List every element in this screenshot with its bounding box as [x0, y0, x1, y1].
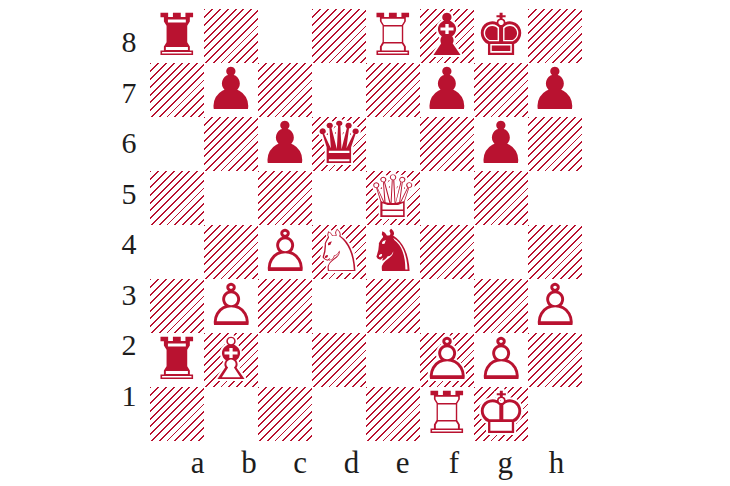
- square-d6[interactable]: ♛♛: [312, 117, 366, 171]
- square-g1[interactable]: ♚♔: [474, 387, 528, 441]
- piece-black-pawn: ♟♟: [204, 63, 258, 117]
- piece-white-king: ♚♔: [474, 387, 528, 441]
- file-label-b: b: [223, 441, 274, 485]
- rank-label-4: 4: [114, 219, 144, 270]
- square-b4[interactable]: [204, 225, 258, 279]
- square-f2[interactable]: ♟♙: [420, 333, 474, 387]
- square-b2[interactable]: ♝♗: [204, 333, 258, 387]
- piece-fill-layer: ♟: [259, 222, 311, 280]
- square-a7[interactable]: [150, 63, 204, 117]
- piece-fill-layer: ♟: [475, 114, 527, 172]
- square-h6[interactable]: [528, 117, 582, 171]
- piece-black-pawn: ♟♟: [258, 117, 312, 171]
- square-h2[interactable]: [528, 333, 582, 387]
- piece-ink-layer: ♞: [367, 222, 419, 280]
- square-g3[interactable]: [474, 279, 528, 333]
- piece-black-knight: ♞♞: [366, 225, 420, 279]
- square-e3[interactable]: [366, 279, 420, 333]
- square-a6[interactable]: [150, 117, 204, 171]
- square-h8[interactable]: [528, 9, 582, 63]
- piece-fill-layer: ♟: [421, 60, 473, 118]
- piece-ink-layer: ♙: [259, 222, 311, 280]
- piece-fill-layer: ♞: [313, 222, 365, 280]
- piece-ink-layer: ♘: [313, 222, 365, 280]
- piece-ink-layer: ♟: [421, 60, 473, 118]
- piece-ink-layer: ♟: [475, 114, 527, 172]
- rank-label-1: 1: [114, 371, 144, 422]
- square-f8[interactable]: ♝♝: [420, 9, 474, 63]
- file-label-e: e: [377, 441, 428, 485]
- square-f7[interactable]: ♟♟: [420, 63, 474, 117]
- square-b6[interactable]: [204, 117, 258, 171]
- piece-fill-layer: ♚: [475, 6, 527, 64]
- piece-fill-layer: ♞: [367, 222, 419, 280]
- square-g8[interactable]: ♚♚: [474, 9, 528, 63]
- square-g2[interactable]: ♟♙: [474, 333, 528, 387]
- piece-white-bishop: ♝♗: [204, 333, 258, 387]
- square-c7[interactable]: [258, 63, 312, 117]
- rank-label-5: 5: [114, 169, 144, 220]
- square-b1[interactable]: [204, 387, 258, 441]
- piece-black-queen: ♛♛: [312, 117, 366, 171]
- piece-fill-layer: ♟: [475, 330, 527, 388]
- piece-white-rook: ♜♖: [420, 387, 474, 441]
- chess-diagram: 8 7 6 5 4 3 2 1 ♜♜♜♖♝♝♚♚♟♟♟♟♟♟♟♟♛♛♟♟♛♕♟♙…: [0, 0, 730, 486]
- square-g6[interactable]: ♟♟: [474, 117, 528, 171]
- square-h7[interactable]: ♟♟: [528, 63, 582, 117]
- file-label-c: c: [275, 441, 326, 485]
- piece-white-pawn: ♟♙: [474, 333, 528, 387]
- square-e2[interactable]: [366, 333, 420, 387]
- square-e4[interactable]: ♞♞: [366, 225, 420, 279]
- piece-ink-layer: ♛: [313, 114, 365, 172]
- square-g4[interactable]: [474, 225, 528, 279]
- piece-fill-layer: ♚: [475, 384, 527, 442]
- piece-ink-layer: ♕: [367, 168, 419, 226]
- piece-ink-layer: ♙: [421, 330, 473, 388]
- piece-ink-layer: ♚: [475, 6, 527, 64]
- piece-ink-layer: ♔: [475, 384, 527, 442]
- piece-black-pawn: ♟♟: [420, 63, 474, 117]
- square-h1[interactable]: [528, 387, 582, 441]
- piece-ink-layer: ♖: [421, 384, 473, 442]
- file-label-a: a: [172, 441, 223, 485]
- square-g5[interactable]: [474, 171, 528, 225]
- square-d5[interactable]: [312, 171, 366, 225]
- square-f6[interactable]: [420, 117, 474, 171]
- piece-fill-layer: ♟: [205, 60, 257, 118]
- piece-fill-layer: ♟: [205, 276, 257, 334]
- piece-fill-layer: ♜: [151, 330, 203, 388]
- square-a3[interactable]: [150, 279, 204, 333]
- piece-white-rook: ♜♖: [366, 9, 420, 63]
- piece-ink-layer: ♖: [367, 6, 419, 64]
- square-d1[interactable]: [312, 387, 366, 441]
- square-e8[interactable]: ♜♖: [366, 9, 420, 63]
- piece-fill-layer: ♟: [421, 330, 473, 388]
- piece-white-pawn: ♟♙: [420, 333, 474, 387]
- piece-ink-layer: ♟: [205, 60, 257, 118]
- piece-white-pawn: ♟♙: [204, 279, 258, 333]
- square-e5[interactable]: ♛♕: [366, 171, 420, 225]
- square-e7[interactable]: [366, 63, 420, 117]
- rank-label-3: 3: [114, 270, 144, 321]
- piece-white-queen: ♛♕: [366, 171, 420, 225]
- file-labels: a b c d e f g h: [172, 441, 582, 485]
- square-f3[interactable]: [420, 279, 474, 333]
- piece-ink-layer: ♟: [259, 114, 311, 172]
- piece-ink-layer: ♙: [475, 330, 527, 388]
- square-d3[interactable]: [312, 279, 366, 333]
- square-a8[interactable]: ♜♜: [150, 9, 204, 63]
- square-g7[interactable]: [474, 63, 528, 117]
- piece-ink-layer: ♜: [151, 6, 203, 64]
- square-c8[interactable]: [258, 9, 312, 63]
- square-a2[interactable]: ♜♜: [150, 333, 204, 387]
- piece-ink-layer: ♙: [529, 276, 581, 334]
- square-h3[interactable]: ♟♙: [528, 279, 582, 333]
- square-a5[interactable]: [150, 171, 204, 225]
- piece-ink-layer: ♙: [205, 276, 257, 334]
- rank-labels: 8 7 6 5 4 3 2 1: [114, 17, 144, 421]
- piece-ink-layer: ♜: [151, 330, 203, 388]
- piece-black-rook: ♜♜: [150, 9, 204, 63]
- square-a1[interactable]: [150, 387, 204, 441]
- square-f1[interactable]: ♜♖: [420, 387, 474, 441]
- piece-fill-layer: ♝: [205, 330, 257, 388]
- piece-fill-layer: ♟: [529, 60, 581, 118]
- square-f5[interactable]: [420, 171, 474, 225]
- piece-black-pawn: ♟♟: [528, 63, 582, 117]
- file-label-h: h: [531, 441, 582, 485]
- square-c5[interactable]: [258, 171, 312, 225]
- square-c2[interactable]: [258, 333, 312, 387]
- piece-black-rook: ♜♜: [150, 333, 204, 387]
- square-f4[interactable]: [420, 225, 474, 279]
- rank-label-7: 7: [114, 68, 144, 119]
- square-e1[interactable]: [366, 387, 420, 441]
- piece-fill-layer: ♜: [421, 384, 473, 442]
- rank-label-2: 2: [114, 320, 144, 371]
- square-b5[interactable]: [204, 171, 258, 225]
- piece-fill-layer: ♜: [367, 6, 419, 64]
- square-b7[interactable]: ♟♟: [204, 63, 258, 117]
- piece-fill-layer: ♟: [259, 114, 311, 172]
- piece-white-knight: ♞♘: [312, 225, 366, 279]
- file-label-f: f: [428, 441, 479, 485]
- square-d7[interactable]: [312, 63, 366, 117]
- chess-board: ♜♜♜♖♝♝♚♚♟♟♟♟♟♟♟♟♛♛♟♟♛♕♟♙♞♘♞♞♟♙♟♙♜♜♝♗♟♙♟♙…: [150, 9, 582, 441]
- piece-white-pawn: ♟♙: [258, 225, 312, 279]
- square-h5[interactable]: [528, 171, 582, 225]
- file-label-d: d: [326, 441, 377, 485]
- rank-label-8: 8: [114, 17, 144, 68]
- piece-black-pawn: ♟♟: [474, 117, 528, 171]
- square-h4[interactable]: [528, 225, 582, 279]
- square-d4[interactable]: ♞♘: [312, 225, 366, 279]
- piece-fill-layer: ♟: [529, 276, 581, 334]
- piece-black-bishop: ♝♝: [420, 9, 474, 63]
- square-b8[interactable]: [204, 9, 258, 63]
- piece-fill-layer: ♝: [421, 6, 473, 64]
- piece-fill-layer: ♜: [151, 6, 203, 64]
- piece-ink-layer: ♗: [205, 330, 257, 388]
- square-d8[interactable]: [312, 9, 366, 63]
- piece-ink-layer: ♝: [421, 6, 473, 64]
- rank-label-6: 6: [114, 118, 144, 169]
- square-d2[interactable]: [312, 333, 366, 387]
- piece-fill-layer: ♛: [367, 168, 419, 226]
- square-c3[interactable]: [258, 279, 312, 333]
- square-c4[interactable]: ♟♙: [258, 225, 312, 279]
- square-b3[interactable]: ♟♙: [204, 279, 258, 333]
- piece-ink-layer: ♟: [529, 60, 581, 118]
- square-e6[interactable]: [366, 117, 420, 171]
- file-label-g: g: [480, 441, 531, 485]
- piece-white-pawn: ♟♙: [528, 279, 582, 333]
- piece-black-king: ♚♚: [474, 9, 528, 63]
- piece-fill-layer: ♛: [313, 114, 365, 172]
- square-a4[interactable]: [150, 225, 204, 279]
- square-c6[interactable]: ♟♟: [258, 117, 312, 171]
- square-c1[interactable]: [258, 387, 312, 441]
